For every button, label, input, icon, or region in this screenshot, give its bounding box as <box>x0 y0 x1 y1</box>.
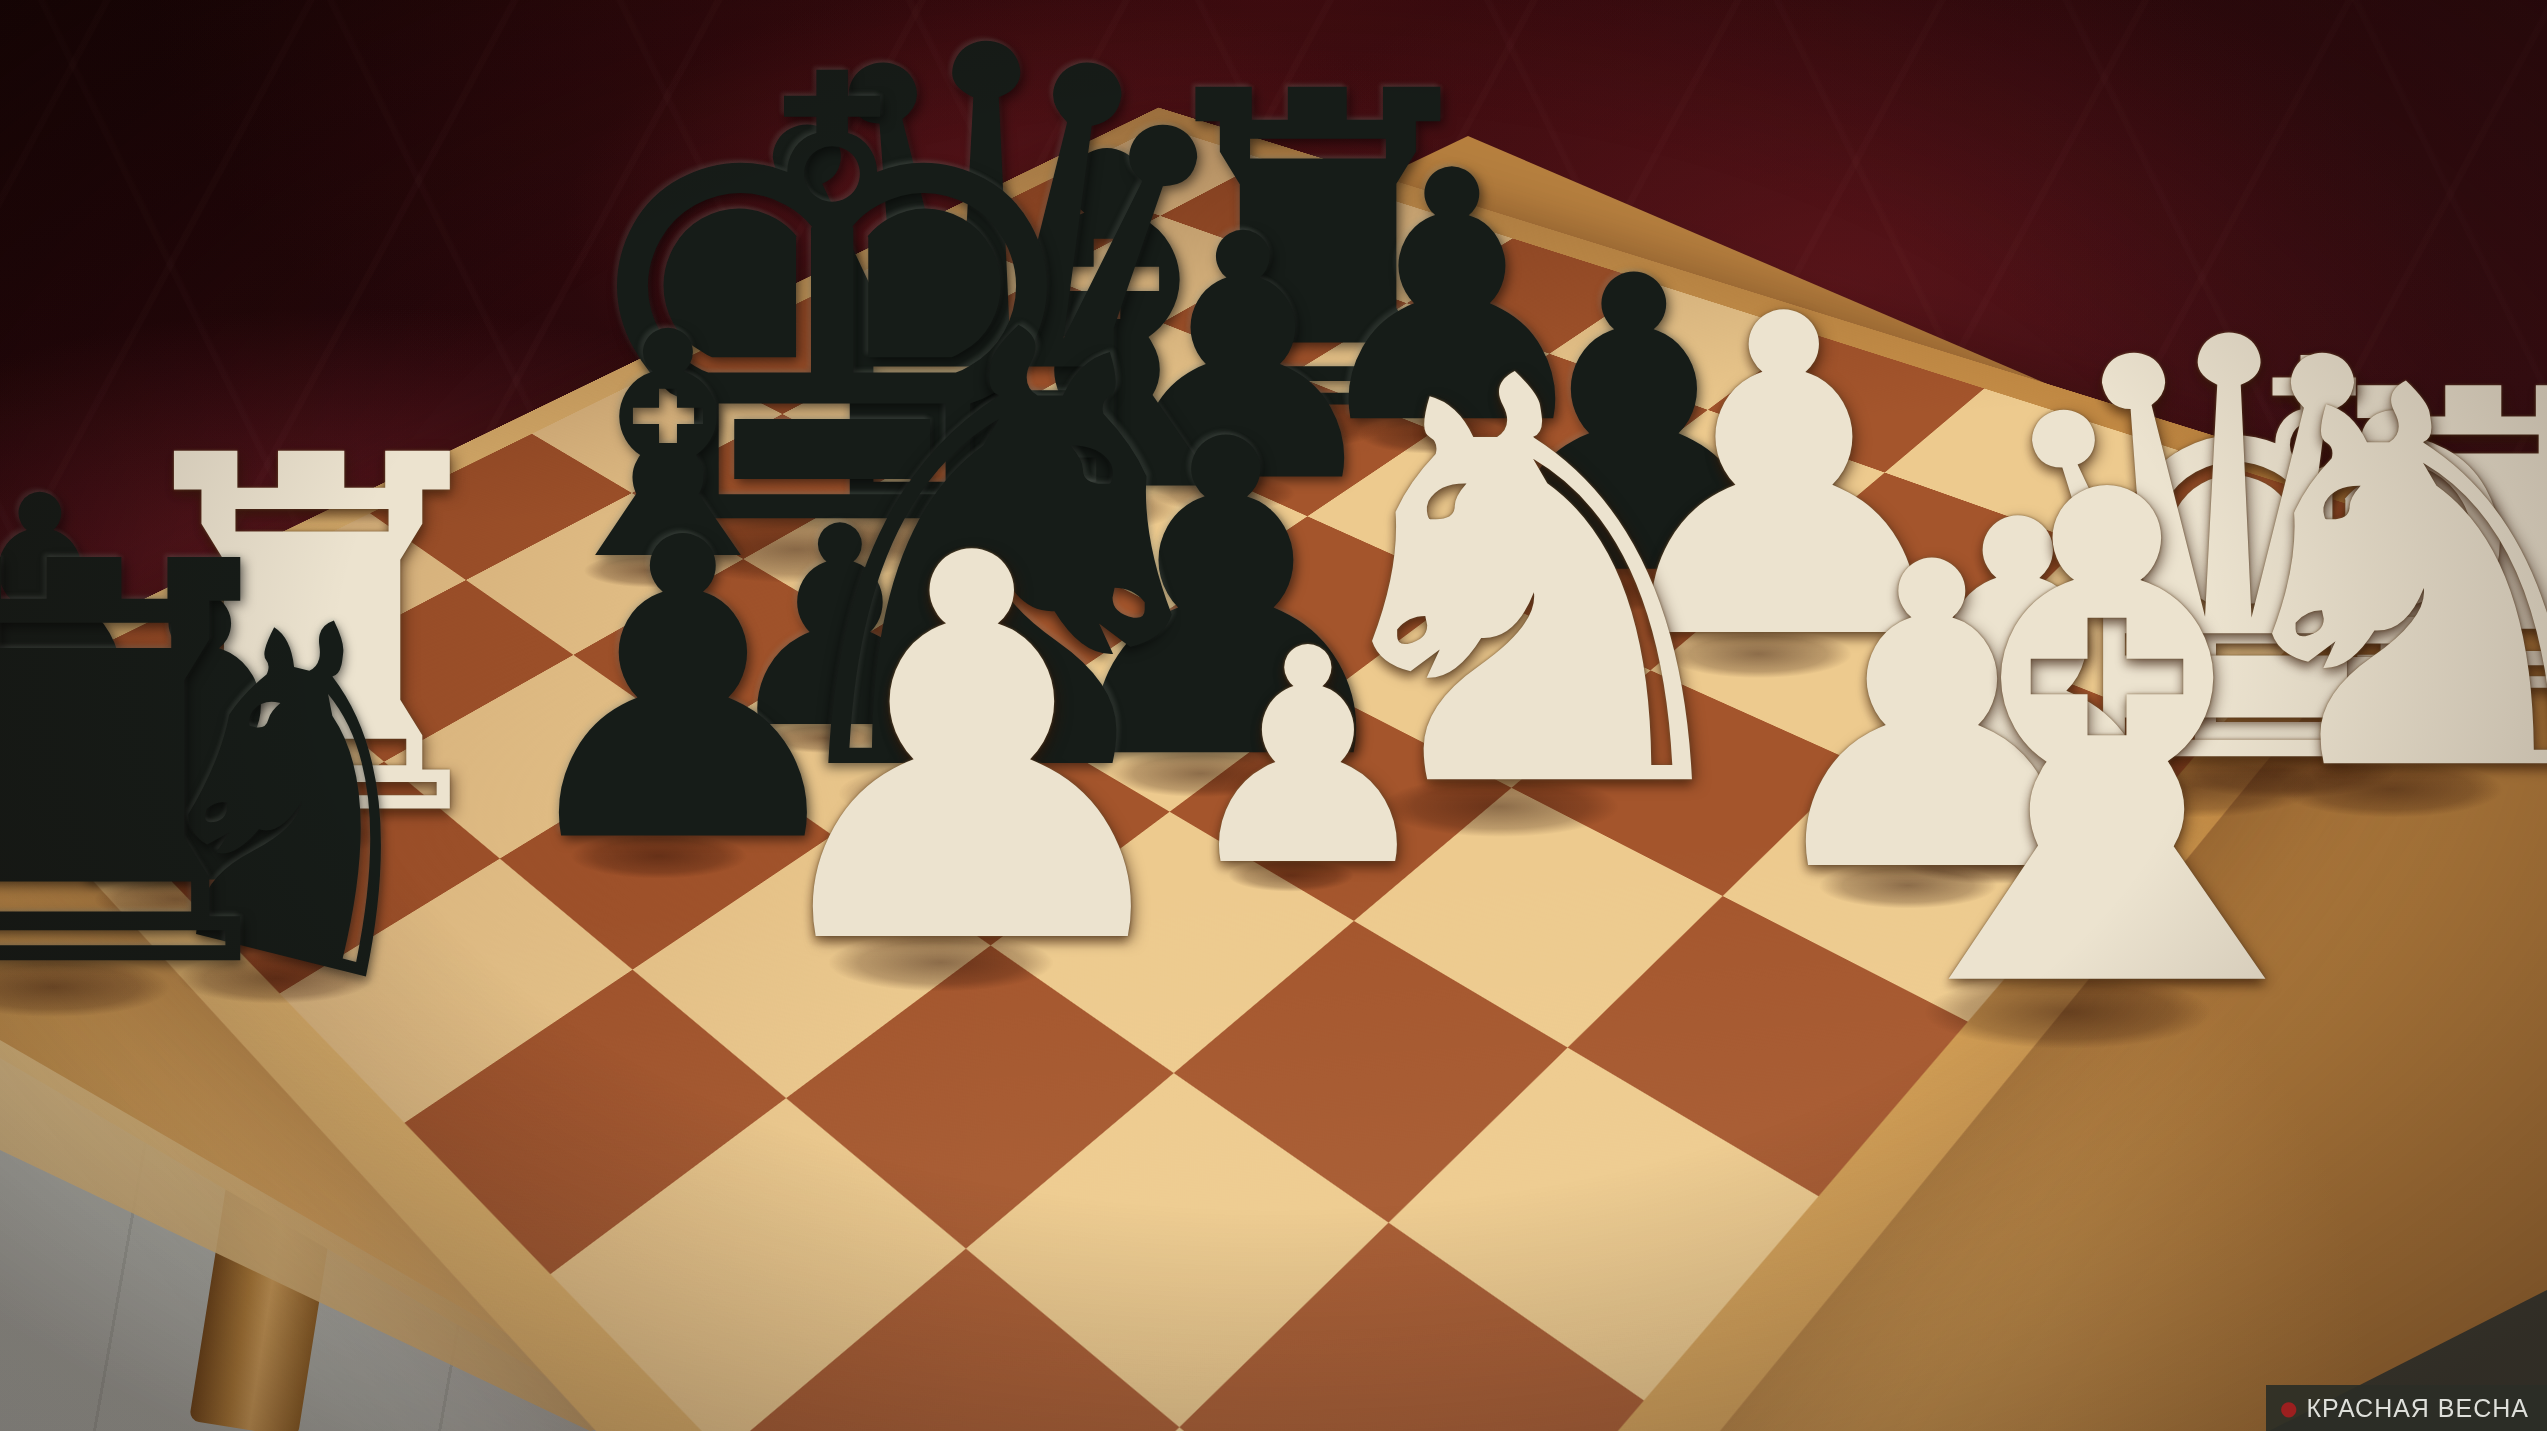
agency-watermark: ● КРАСНАЯ ВЕСНА <box>2266 1385 2547 1431</box>
black-rook-a8[interactable]: ♜ <box>0 493 332 1045</box>
white-pawn-c4[interactable]: ♟ <box>734 487 1210 1018</box>
watermark-dot-icon: ● <box>2280 1398 2297 1418</box>
watermark-text: КРАСНАЯ ВЕСНА <box>2306 1394 2529 1423</box>
photo-canvas: ♟♜♟♞♜♝♚♛♝♜♟♟♟♟♟♟♞♟♟♞♟♟♟♝♛♚♞♜ ● КРАСНАЯ В… <box>0 0 2547 1431</box>
white-pawn-e4[interactable]: ♟ <box>1175 610 1441 907</box>
white-bishop-g2[interactable]: ♝ <box>1804 407 2410 1083</box>
pieces-layer: ♟♜♟♞♜♝♚♛♝♜♟♟♟♟♟♟♞♟♟♞♟♟♟♝♛♚♞♜ <box>0 0 2547 1431</box>
